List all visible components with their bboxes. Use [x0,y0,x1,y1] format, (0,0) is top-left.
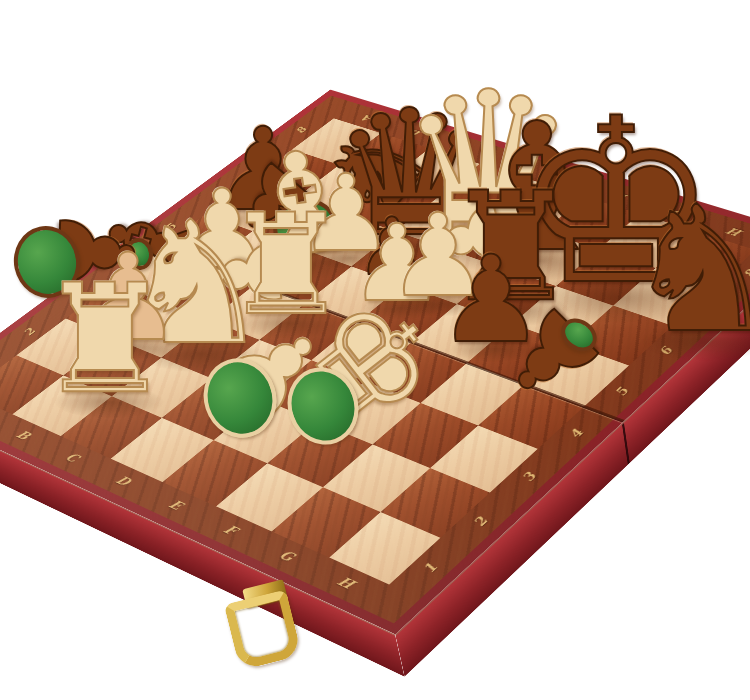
piece-light-rook: ♜ [38,281,172,398]
piece-dark-knight: ♞ [624,202,750,338]
product-photo: 88AA77BB66CC55DD44EE33FF22GG11HH ♟♞♛♛♝♚♟… [0,0,750,700]
pieces-layer: ♟♞♛♛♝♚♟♝♟♟♟♟♜♟♟♝♟♜♞♟♞♟♟♜♟♚♟ [0,0,750,700]
